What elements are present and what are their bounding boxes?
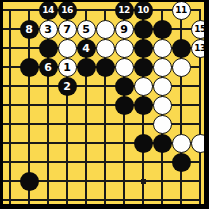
intersection-r1c5 — [77, 1, 96, 20]
white-stone — [172, 58, 191, 77]
white-stone-move-11: 11 — [172, 1, 191, 20]
white-stone — [153, 115, 172, 134]
black-stone — [134, 58, 153, 77]
intersection-r3c8 — [134, 39, 153, 58]
intersection-r8c4 — [58, 134, 77, 153]
intersection-r3c9 — [153, 39, 172, 58]
intersection-r3c3 — [39, 39, 58, 58]
intersection-r11c10 — [172, 191, 191, 210]
intersection-r1c1 — [1, 1, 20, 20]
intersection-r7c11 — [191, 115, 210, 134]
intersection-r9c3 — [39, 153, 58, 172]
intersection-r2c3: 3 — [39, 20, 58, 39]
intersection-r5c1 — [1, 77, 20, 96]
intersection-r6c6 — [96, 96, 115, 115]
intersection-r3c10 — [172, 39, 191, 58]
intersection-r8c1 — [1, 134, 20, 153]
white-stone — [115, 58, 134, 77]
black-stone — [96, 58, 115, 77]
intersection-r10c4 — [58, 172, 77, 191]
black-stone-move-14: 14 — [39, 1, 58, 20]
intersection-r3c5: 4 — [77, 39, 96, 58]
intersection-r2c4: 7 — [58, 20, 77, 39]
black-stone-move-2: 2 — [58, 77, 77, 96]
go-board-grid: 14161210118375915413612 — [1, 1, 210, 210]
intersection-r7c5 — [77, 115, 96, 134]
intersection-r2c5: 5 — [77, 20, 96, 39]
black-stone — [115, 77, 134, 96]
intersection-r3c7 — [115, 39, 134, 58]
intersection-r8c7 — [115, 134, 134, 153]
intersection-r6c5 — [77, 96, 96, 115]
intersection-r11c7 — [115, 191, 134, 210]
white-stone — [96, 20, 115, 39]
intersection-r7c10 — [172, 115, 191, 134]
intersection-r9c8 — [134, 153, 153, 172]
black-stone — [134, 96, 153, 115]
intersection-r2c2: 8 — [20, 20, 39, 39]
intersection-r2c1 — [1, 20, 20, 39]
intersection-r6c3 — [39, 96, 58, 115]
intersection-r10c3 — [39, 172, 58, 191]
intersection-r7c6 — [96, 115, 115, 134]
white-stone — [153, 39, 172, 58]
white-stone — [96, 39, 115, 58]
white-stone — [58, 39, 77, 58]
intersection-r10c11 — [191, 172, 210, 191]
intersection-r3c1 — [1, 39, 20, 58]
intersection-r9c6 — [96, 153, 115, 172]
intersection-r5c7 — [115, 77, 134, 96]
intersection-r4c10 — [172, 58, 191, 77]
intersection-r10c8 — [134, 172, 153, 191]
black-stone-move-10: 10 — [134, 1, 153, 20]
intersection-r1c4: 16 — [58, 1, 77, 20]
intersection-r11c6 — [96, 191, 115, 210]
go-diagram-frame: 14161210118375915413612 — [0, 0, 209, 209]
intersection-r4c11 — [191, 58, 210, 77]
intersection-r11c5 — [77, 191, 96, 210]
intersection-r9c9 — [153, 153, 172, 172]
intersection-r2c8 — [134, 20, 153, 39]
intersection-r5c2 — [20, 77, 39, 96]
intersection-r10c2 — [20, 172, 39, 191]
black-stone — [115, 96, 134, 115]
intersection-r9c2 — [20, 153, 39, 172]
black-stone — [134, 20, 153, 39]
white-stone — [134, 77, 153, 96]
white-stone-move-3: 3 — [39, 20, 58, 39]
intersection-r1c6 — [96, 1, 115, 20]
intersection-r8c3 — [39, 134, 58, 153]
black-stone — [20, 172, 39, 191]
intersection-r11c9 — [153, 191, 172, 210]
intersection-r5c9 — [153, 77, 172, 96]
intersection-r9c10 — [172, 153, 191, 172]
intersection-r1c3: 14 — [39, 1, 58, 20]
intersection-r7c9 — [153, 115, 172, 134]
intersection-r5c4: 2 — [58, 77, 77, 96]
intersection-r11c4 — [58, 191, 77, 210]
intersection-r2c11: 15 — [191, 20, 210, 39]
black-stone — [134, 134, 153, 153]
black-stone-move-16: 16 — [58, 1, 77, 20]
intersection-r10c9 — [153, 172, 172, 191]
intersection-r8c2 — [20, 134, 39, 153]
intersection-r8c6 — [96, 134, 115, 153]
intersection-r7c7 — [115, 115, 134, 134]
intersection-r4c9 — [153, 58, 172, 77]
intersection-r4c7 — [115, 58, 134, 77]
intersection-r1c8: 10 — [134, 1, 153, 20]
intersection-r2c9 — [153, 20, 172, 39]
intersection-r9c11 — [191, 153, 210, 172]
black-stone — [77, 58, 96, 77]
intersection-r4c2 — [20, 58, 39, 77]
intersection-r2c10 — [172, 20, 191, 39]
black-stone-move-4: 4 — [77, 39, 96, 58]
intersection-r11c1 — [1, 191, 20, 210]
intersection-r9c1 — [1, 153, 20, 172]
intersection-r4c1 — [1, 58, 20, 77]
intersection-r6c11 — [191, 96, 210, 115]
intersection-r11c3 — [39, 191, 58, 210]
white-stone — [153, 96, 172, 115]
intersection-r6c2 — [20, 96, 39, 115]
intersection-r6c8 — [134, 96, 153, 115]
intersection-r4c6 — [96, 58, 115, 77]
intersection-r7c3 — [39, 115, 58, 134]
white-stone-move-15: 15 — [191, 20, 210, 39]
black-stone — [20, 58, 39, 77]
intersection-r5c11 — [191, 77, 210, 96]
intersection-r4c4: 1 — [58, 58, 77, 77]
intersection-r1c7: 12 — [115, 1, 134, 20]
intersection-r3c11: 13 — [191, 39, 210, 58]
intersection-r3c4 — [58, 39, 77, 58]
black-stone-move-8: 8 — [20, 20, 39, 39]
intersection-r6c4 — [58, 96, 77, 115]
intersection-r1c11 — [191, 1, 210, 20]
intersection-r4c8 — [134, 58, 153, 77]
intersection-r3c6 — [96, 39, 115, 58]
intersection-r6c1 — [1, 96, 20, 115]
intersection-r10c1 — [1, 172, 20, 191]
white-stone — [153, 58, 172, 77]
white-stone-move-13: 13 — [191, 39, 210, 58]
white-stone-move-9: 9 — [115, 20, 134, 39]
intersection-r5c8 — [134, 77, 153, 96]
intersection-r7c2 — [20, 115, 39, 134]
intersection-r4c3: 6 — [39, 58, 58, 77]
intersection-r1c9 — [153, 1, 172, 20]
white-stone — [191, 134, 210, 153]
intersection-r5c6 — [96, 77, 115, 96]
intersection-r10c6 — [96, 172, 115, 191]
intersection-r5c10 — [172, 77, 191, 96]
intersection-r5c3 — [39, 77, 58, 96]
intersection-r11c11 — [191, 191, 210, 210]
black-stone — [39, 39, 58, 58]
intersection-r8c8 — [134, 134, 153, 153]
intersection-r2c7: 9 — [115, 20, 134, 39]
intersection-r10c10 — [172, 172, 191, 191]
intersection-r8c5 — [77, 134, 96, 153]
intersection-r9c5 — [77, 153, 96, 172]
intersection-r11c8 — [134, 191, 153, 210]
intersection-r7c4 — [58, 115, 77, 134]
white-stone-move-5: 5 — [77, 20, 96, 39]
intersection-r4c5 — [77, 58, 96, 77]
intersection-r6c9 — [153, 96, 172, 115]
black-stone — [172, 39, 191, 58]
black-stone-move-12: 12 — [115, 1, 134, 20]
intersection-r7c1 — [1, 115, 20, 134]
intersection-r10c5 — [77, 172, 96, 191]
white-stone-move-1: 1 — [58, 58, 77, 77]
black-stone — [172, 153, 191, 172]
black-stone-move-6: 6 — [39, 58, 58, 77]
white-stone — [115, 39, 134, 58]
intersection-r3c2 — [20, 39, 39, 58]
intersection-r1c10: 11 — [172, 1, 191, 20]
intersection-r6c7 — [115, 96, 134, 115]
black-stone — [153, 20, 172, 39]
intersection-r8c11 — [191, 134, 210, 153]
black-stone — [134, 39, 153, 58]
intersection-r7c8 — [134, 115, 153, 134]
intersection-r9c4 — [58, 153, 77, 172]
intersection-r5c5 — [77, 77, 96, 96]
white-stone — [172, 134, 191, 153]
intersection-r8c10 — [172, 134, 191, 153]
intersection-r1c2 — [20, 1, 39, 20]
white-stone — [153, 77, 172, 96]
intersection-r2c6 — [96, 20, 115, 39]
star-point — [141, 179, 146, 184]
black-stone — [153, 134, 172, 153]
intersection-r8c9 — [153, 134, 172, 153]
intersection-r10c7 — [115, 172, 134, 191]
intersection-r11c2 — [20, 191, 39, 210]
intersection-r9c7 — [115, 153, 134, 172]
intersection-r6c10 — [172, 96, 191, 115]
white-stone-move-7: 7 — [58, 20, 77, 39]
